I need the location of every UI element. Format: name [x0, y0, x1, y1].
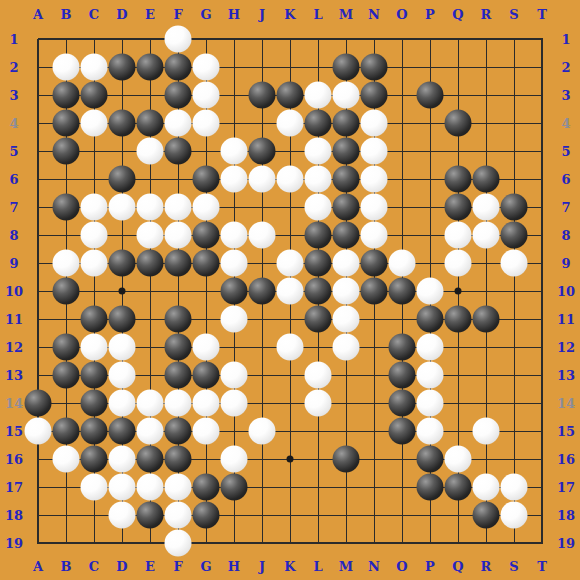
row-label-left-19: 19	[5, 536, 23, 551]
row-label-left-15: 15	[5, 424, 23, 439]
row-label-right-1: 1	[561, 32, 570, 47]
star-point	[455, 288, 462, 295]
black-stone-E2	[137, 54, 164, 81]
white-stone-K12	[277, 334, 304, 361]
black-stone-L11	[305, 306, 332, 333]
black-stone-N3	[361, 82, 388, 109]
black-stone-F13	[165, 362, 192, 389]
black-stone-C11	[81, 306, 108, 333]
white-stone-D14	[109, 390, 136, 417]
white-stone-B9	[53, 250, 80, 277]
col-label-top-H: H	[228, 7, 240, 22]
white-stone-F1	[165, 26, 192, 53]
white-stone-G7	[193, 194, 220, 221]
col-label-bottom-Q: Q	[452, 559, 463, 574]
star-point	[287, 456, 294, 463]
row-label-right-2: 2	[561, 60, 570, 75]
white-stone-D18	[109, 502, 136, 529]
white-stone-E15	[137, 418, 164, 445]
col-label-bottom-D: D	[116, 559, 127, 574]
row-label-right-12: 12	[557, 340, 575, 355]
row-label-right-8: 8	[561, 228, 570, 243]
white-stone-P15	[417, 418, 444, 445]
row-label-right-18: 18	[557, 508, 575, 523]
col-label-top-L: L	[313, 7, 322, 22]
col-label-top-F: F	[173, 7, 182, 22]
col-label-top-Q: Q	[452, 7, 463, 22]
black-stone-O10	[389, 278, 416, 305]
white-stone-R15	[473, 418, 500, 445]
white-stone-S18	[501, 502, 528, 529]
row-label-left-14: 14	[5, 396, 23, 411]
white-stone-F17	[165, 474, 192, 501]
black-stone-G8	[193, 222, 220, 249]
black-stone-H10	[221, 278, 248, 305]
black-stone-C3	[81, 82, 108, 109]
white-stone-E5	[137, 138, 164, 165]
black-stone-E18	[137, 502, 164, 529]
white-stone-D13	[109, 362, 136, 389]
white-stone-G2	[193, 54, 220, 81]
black-stone-C15	[81, 418, 108, 445]
black-stone-L4	[305, 110, 332, 137]
col-label-top-N: N	[368, 7, 380, 22]
white-stone-L13	[305, 362, 332, 389]
black-stone-N10	[361, 278, 388, 305]
black-stone-E16	[137, 446, 164, 473]
grid-line-vertical	[514, 39, 515, 544]
row-label-right-15: 15	[557, 424, 575, 439]
row-label-left-16: 16	[5, 452, 23, 467]
black-stone-O14	[389, 390, 416, 417]
white-stone-F14	[165, 390, 192, 417]
black-stone-L9	[305, 250, 332, 277]
white-stone-D17	[109, 474, 136, 501]
white-stone-N8	[361, 222, 388, 249]
black-stone-Q7	[445, 194, 472, 221]
row-label-left-13: 13	[5, 368, 23, 383]
black-stone-D15	[109, 418, 136, 445]
black-stone-P3	[417, 82, 444, 109]
col-label-bottom-B: B	[61, 559, 72, 574]
black-stone-Q17	[445, 474, 472, 501]
black-stone-O12	[389, 334, 416, 361]
white-stone-Q8	[445, 222, 472, 249]
white-stone-L3	[305, 82, 332, 109]
col-label-bottom-H: H	[228, 559, 240, 574]
white-stone-P10	[417, 278, 444, 305]
white-stone-F4	[165, 110, 192, 137]
col-label-bottom-A: A	[33, 559, 43, 574]
white-stone-H8	[221, 222, 248, 249]
black-stone-C14	[81, 390, 108, 417]
black-stone-F2	[165, 54, 192, 81]
black-stone-P16	[417, 446, 444, 473]
black-stone-H17	[221, 474, 248, 501]
black-stone-L8	[305, 222, 332, 249]
black-stone-O13	[389, 362, 416, 389]
black-stone-N2	[361, 54, 388, 81]
black-stone-F11	[165, 306, 192, 333]
white-stone-C12	[81, 334, 108, 361]
row-label-right-3: 3	[561, 88, 570, 103]
white-stone-C8	[81, 222, 108, 249]
row-label-left-6: 6	[9, 172, 18, 187]
white-stone-S17	[501, 474, 528, 501]
row-label-right-6: 6	[561, 172, 570, 187]
white-stone-K10	[277, 278, 304, 305]
white-stone-L14	[305, 390, 332, 417]
col-label-bottom-G: G	[200, 559, 211, 574]
col-label-top-G: G	[200, 7, 211, 22]
black-stone-M6	[333, 166, 360, 193]
black-stone-D2	[109, 54, 136, 81]
row-label-left-10: 10	[5, 284, 23, 299]
col-label-top-A: A	[33, 7, 43, 22]
white-stone-Q16	[445, 446, 472, 473]
black-stone-B7	[53, 194, 80, 221]
black-stone-D4	[109, 110, 136, 137]
col-label-bottom-C: C	[89, 559, 99, 574]
black-stone-C13	[81, 362, 108, 389]
row-label-right-10: 10	[557, 284, 575, 299]
black-stone-B12	[53, 334, 80, 361]
black-stone-M2	[333, 54, 360, 81]
white-stone-H6	[221, 166, 248, 193]
white-stone-C2	[81, 54, 108, 81]
row-label-right-7: 7	[561, 200, 570, 215]
white-stone-F19	[165, 530, 192, 557]
white-stone-L7	[305, 194, 332, 221]
black-stone-M8	[333, 222, 360, 249]
row-label-left-1: 1	[9, 32, 18, 47]
black-stone-D6	[109, 166, 136, 193]
white-stone-R8	[473, 222, 500, 249]
black-stone-M5	[333, 138, 360, 165]
col-label-bottom-N: N	[368, 559, 380, 574]
white-stone-M3	[333, 82, 360, 109]
white-stone-P12	[417, 334, 444, 361]
row-label-right-4: 4	[561, 116, 570, 131]
black-stone-O15	[389, 418, 416, 445]
black-stone-P11	[417, 306, 444, 333]
black-stone-G13	[193, 362, 220, 389]
black-stone-F12	[165, 334, 192, 361]
star-point	[119, 288, 126, 295]
white-stone-L5	[305, 138, 332, 165]
white-stone-H5	[221, 138, 248, 165]
black-stone-B4	[53, 110, 80, 137]
white-stone-G15	[193, 418, 220, 445]
grid-line-horizontal	[38, 542, 543, 544]
white-stone-A15	[25, 418, 52, 445]
white-stone-N4	[361, 110, 388, 137]
col-label-bottom-E: E	[145, 559, 155, 574]
col-label-top-T: T	[537, 7, 547, 22]
black-stone-F3	[165, 82, 192, 109]
white-stone-H13	[221, 362, 248, 389]
col-label-bottom-K: K	[284, 559, 295, 574]
row-label-left-17: 17	[5, 480, 23, 495]
white-stone-J6	[249, 166, 276, 193]
white-stone-F18	[165, 502, 192, 529]
black-stone-M16	[333, 446, 360, 473]
row-label-left-2: 2	[9, 60, 18, 75]
white-stone-N6	[361, 166, 388, 193]
white-stone-G4	[193, 110, 220, 137]
white-stone-O9	[389, 250, 416, 277]
black-stone-Q4	[445, 110, 472, 137]
col-label-bottom-P: P	[425, 559, 435, 574]
white-stone-N5	[361, 138, 388, 165]
white-stone-M11	[333, 306, 360, 333]
white-stone-E8	[137, 222, 164, 249]
go-board[interactable]: AABBCCDDEEFFGGHHJJKKLLMMNNOOPPQQRRSSTT11…	[0, 0, 580, 580]
col-label-bottom-J: J	[259, 559, 265, 574]
black-stone-E4	[137, 110, 164, 137]
white-stone-R7	[473, 194, 500, 221]
white-stone-E7	[137, 194, 164, 221]
grid-line-vertical	[486, 39, 487, 544]
black-stone-J5	[249, 138, 276, 165]
white-stone-D12	[109, 334, 136, 361]
white-stone-C7	[81, 194, 108, 221]
white-stone-P13	[417, 362, 444, 389]
col-label-top-R: R	[481, 7, 492, 22]
black-stone-B13	[53, 362, 80, 389]
row-label-right-11: 11	[557, 312, 575, 327]
row-label-right-19: 19	[557, 536, 575, 551]
row-label-left-4: 4	[9, 116, 18, 131]
black-stone-G6	[193, 166, 220, 193]
white-stone-N7	[361, 194, 388, 221]
black-stone-F5	[165, 138, 192, 165]
white-stone-H16	[221, 446, 248, 473]
white-stone-C17	[81, 474, 108, 501]
black-stone-K3	[277, 82, 304, 109]
col-label-bottom-M: M	[339, 559, 353, 574]
row-label-right-14: 14	[557, 396, 575, 411]
col-label-bottom-L: L	[313, 559, 322, 574]
row-label-left-9: 9	[9, 256, 18, 271]
white-stone-S9	[501, 250, 528, 277]
white-stone-G12	[193, 334, 220, 361]
black-stone-B5	[53, 138, 80, 165]
black-stone-Q11	[445, 306, 472, 333]
col-label-top-P: P	[425, 7, 435, 22]
col-label-bottom-F: F	[173, 559, 182, 574]
col-label-bottom-S: S	[509, 559, 518, 574]
col-label-bottom-R: R	[481, 559, 492, 574]
white-stone-L6	[305, 166, 332, 193]
black-stone-D11	[109, 306, 136, 333]
white-stone-H14	[221, 390, 248, 417]
white-stone-P14	[417, 390, 444, 417]
row-label-left-18: 18	[5, 508, 23, 523]
white-stone-Q9	[445, 250, 472, 277]
white-stone-F7	[165, 194, 192, 221]
row-label-right-5: 5	[561, 144, 570, 159]
black-stone-J10	[249, 278, 276, 305]
white-stone-B16	[53, 446, 80, 473]
black-stone-G9	[193, 250, 220, 277]
white-stone-M12	[333, 334, 360, 361]
col-label-top-D: D	[116, 7, 127, 22]
black-stone-A14	[25, 390, 52, 417]
row-label-left-11: 11	[5, 312, 23, 327]
row-label-left-3: 3	[9, 88, 18, 103]
white-stone-K6	[277, 166, 304, 193]
row-label-right-17: 17	[557, 480, 575, 495]
white-stone-J15	[249, 418, 276, 445]
white-stone-D16	[109, 446, 136, 473]
black-stone-J3	[249, 82, 276, 109]
row-label-right-16: 16	[557, 452, 575, 467]
row-label-left-7: 7	[9, 200, 18, 215]
black-stone-B15	[53, 418, 80, 445]
black-stone-F15	[165, 418, 192, 445]
black-stone-R18	[473, 502, 500, 529]
white-stone-M9	[333, 250, 360, 277]
black-stone-M4	[333, 110, 360, 137]
white-stone-J8	[249, 222, 276, 249]
white-stone-E14	[137, 390, 164, 417]
white-stone-E17	[137, 474, 164, 501]
black-stone-M7	[333, 194, 360, 221]
row-label-right-13: 13	[557, 368, 575, 383]
white-stone-K9	[277, 250, 304, 277]
black-stone-N9	[361, 250, 388, 277]
black-stone-B3	[53, 82, 80, 109]
black-stone-F16	[165, 446, 192, 473]
row-label-right-9: 9	[561, 256, 570, 271]
white-stone-H11	[221, 306, 248, 333]
col-label-bottom-O: O	[396, 559, 407, 574]
col-label-top-K: K	[284, 7, 295, 22]
black-stone-B10	[53, 278, 80, 305]
white-stone-F8	[165, 222, 192, 249]
col-label-top-J: J	[259, 7, 265, 22]
black-stone-Q6	[445, 166, 472, 193]
black-stone-G17	[193, 474, 220, 501]
col-label-bottom-T: T	[537, 559, 547, 574]
col-label-top-S: S	[509, 7, 518, 22]
col-label-top-O: O	[396, 7, 407, 22]
row-label-left-12: 12	[5, 340, 23, 355]
black-stone-D9	[109, 250, 136, 277]
black-stone-R11	[473, 306, 500, 333]
black-stone-E9	[137, 250, 164, 277]
black-stone-F9	[165, 250, 192, 277]
white-stone-H9	[221, 250, 248, 277]
col-label-top-C: C	[89, 7, 99, 22]
black-stone-G18	[193, 502, 220, 529]
white-stone-R17	[473, 474, 500, 501]
black-stone-L10	[305, 278, 332, 305]
white-stone-K4	[277, 110, 304, 137]
grid-line-vertical	[541, 39, 543, 544]
col-label-top-M: M	[339, 7, 353, 22]
white-stone-C4	[81, 110, 108, 137]
white-stone-C9	[81, 250, 108, 277]
white-stone-B2	[53, 54, 80, 81]
black-stone-S8	[501, 222, 528, 249]
white-stone-D7	[109, 194, 136, 221]
white-stone-G14	[193, 390, 220, 417]
white-stone-M10	[333, 278, 360, 305]
row-label-left-8: 8	[9, 228, 18, 243]
black-stone-C16	[81, 446, 108, 473]
col-label-top-E: E	[145, 7, 155, 22]
black-stone-S7	[501, 194, 528, 221]
black-stone-R6	[473, 166, 500, 193]
row-label-left-5: 5	[9, 144, 18, 159]
col-label-top-B: B	[61, 7, 72, 22]
black-stone-P17	[417, 474, 444, 501]
white-stone-G3	[193, 82, 220, 109]
